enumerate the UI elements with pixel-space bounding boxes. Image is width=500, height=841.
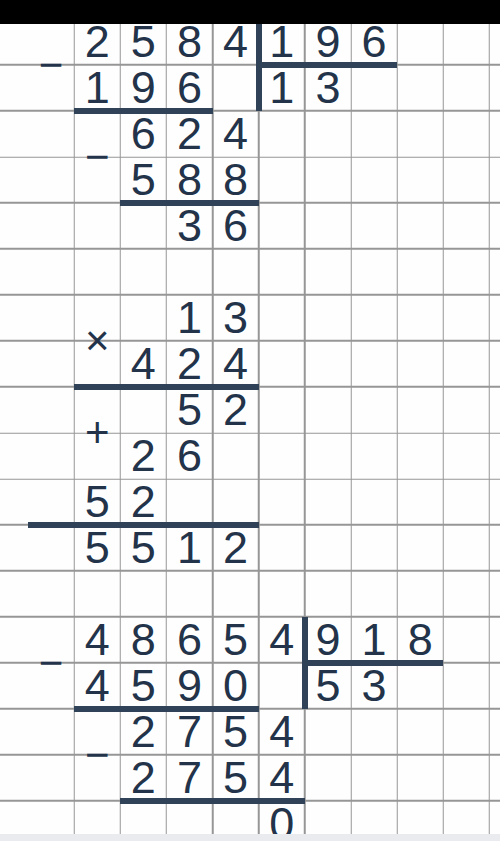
grid-digit: 1 xyxy=(259,19,305,65)
grid-digit: 1 xyxy=(166,295,212,341)
grid-digit: 9 xyxy=(305,19,351,65)
grid-digit: 4 xyxy=(213,19,259,65)
grid-digit: 2 xyxy=(213,525,259,571)
grid-digit: 5 xyxy=(120,525,166,571)
grid-digit: 8 xyxy=(213,157,259,203)
grid-digit: 4 xyxy=(74,617,120,663)
grid-digit: 6 xyxy=(166,433,212,479)
grid-digit: 4 xyxy=(259,709,305,755)
grid-digit: 3 xyxy=(213,295,259,341)
grid-digit: 5 xyxy=(120,157,166,203)
grid-digit: 8 xyxy=(120,617,166,663)
division1-subtraction-rule-196 xyxy=(74,108,212,115)
grid-digit: 5 xyxy=(213,617,259,663)
multiplication-sum-rule xyxy=(28,522,259,529)
grid-digit: 2 xyxy=(166,341,212,387)
grid-digit: 6 xyxy=(351,19,397,65)
minus-operator-icon: − xyxy=(39,44,64,86)
grid-digit: 8 xyxy=(166,19,212,65)
division2-bracket-vertical xyxy=(302,617,309,709)
minus-operator-icon: − xyxy=(85,136,110,178)
grid-digit: 4 xyxy=(213,111,259,157)
grid-digit: 2 xyxy=(120,479,166,525)
grid-digit: 3 xyxy=(166,203,212,249)
grid-digit: 6 xyxy=(120,111,166,157)
division1-divisor-underline xyxy=(259,62,397,69)
multiply-operator-icon: × xyxy=(85,320,110,362)
grid-digit: 3 xyxy=(351,663,397,709)
grid-digit: 5 xyxy=(213,755,259,801)
division1-bracket-vertical xyxy=(256,19,263,111)
grid-digit: 8 xyxy=(397,617,443,663)
grid-digit: 5 xyxy=(213,709,259,755)
division2-subtraction-rule-2754 xyxy=(120,798,305,805)
worksheet-screenshot: 2584196196136245883613424522652551248654… xyxy=(0,0,500,841)
grid-digit: 5 xyxy=(74,525,120,571)
grid-digit: 2 xyxy=(166,111,212,157)
top-black-bar xyxy=(0,0,500,24)
grid-digit: 4 xyxy=(120,341,166,387)
grid-digit: 2 xyxy=(120,433,166,479)
grid-digit: 2 xyxy=(74,19,120,65)
grid-digit: 5 xyxy=(120,663,166,709)
grid-digit: 6 xyxy=(166,65,212,111)
grid-digit: 7 xyxy=(166,709,212,755)
grid-digit: 2 xyxy=(213,387,259,433)
division1-subtraction-rule-588 xyxy=(120,200,258,207)
grid-digit: 5 xyxy=(74,479,120,525)
grid-digit: 4 xyxy=(213,341,259,387)
multiplication-rule-under-424 xyxy=(74,384,259,391)
grid-digit: 9 xyxy=(305,617,351,663)
grid-digit: 9 xyxy=(166,663,212,709)
grid-digit: 5 xyxy=(305,663,351,709)
grid-digit: 0 xyxy=(213,663,259,709)
grid-digit: 2 xyxy=(120,709,166,755)
minus-operator-icon: − xyxy=(85,734,110,776)
plus-operator-icon: + xyxy=(85,412,110,454)
grid-digit: 5 xyxy=(120,19,166,65)
grid-digit: 1 xyxy=(74,65,120,111)
grid-digit: 6 xyxy=(213,203,259,249)
grid-digit: 3 xyxy=(305,65,351,111)
grid-digit: 9 xyxy=(120,65,166,111)
division2-subtraction-rule-4590 xyxy=(74,706,259,713)
grid-digit: 1 xyxy=(351,617,397,663)
grid-digit: 8 xyxy=(166,157,212,203)
grid-digit: 4 xyxy=(74,663,120,709)
grid-digit: 4 xyxy=(259,617,305,663)
grid-digit: 6 xyxy=(166,617,212,663)
bottom-gray-strip xyxy=(0,834,500,841)
grid-digit: 1 xyxy=(166,525,212,571)
grid-digit: 4 xyxy=(259,755,305,801)
grid-digit: 2 xyxy=(120,755,166,801)
division2-divisor-underline xyxy=(305,660,443,667)
minus-operator-icon: − xyxy=(39,642,64,684)
grid-digit: 1 xyxy=(259,65,305,111)
grid-digit: 7 xyxy=(166,755,212,801)
grid-digit: 5 xyxy=(166,387,212,433)
